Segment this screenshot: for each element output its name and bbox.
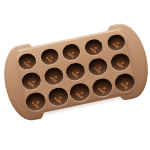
mold-cavity-r1-c3 (61, 42, 82, 61)
mold-cavity-r3-c5 (113, 72, 136, 94)
mold-cavity-r2-c5 (110, 52, 132, 73)
mold-cavity-r1-c4 (84, 37, 105, 56)
mold-cavity-r3-c1 (24, 91, 47, 113)
product-photo (0, 0, 150, 150)
mold-cavity-r2-c4 (87, 57, 109, 78)
cavity-grid (14, 30, 138, 114)
mold-cavity-r3-c2 (46, 86, 69, 108)
mold-cavity-r1-c2 (39, 47, 60, 66)
mold-cavity-r2-c2 (43, 66, 65, 87)
mold-cavity-r2-c3 (65, 62, 87, 83)
mold-cavity-r1-c1 (17, 52, 38, 71)
mold-cavity-r3-c4 (91, 77, 114, 99)
chocolate-mold-tray (1, 20, 150, 123)
mold-cavity-r1-c5 (106, 33, 127, 52)
mold-cavity-r2-c1 (20, 71, 42, 92)
mold-cavity-r3-c3 (69, 81, 92, 103)
